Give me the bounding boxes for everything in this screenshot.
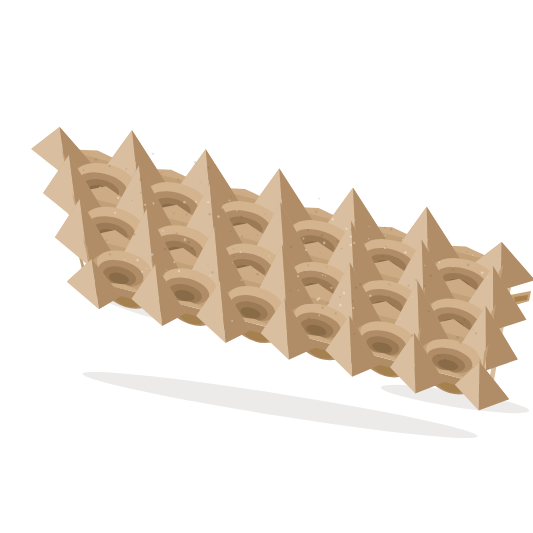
egg-carton-photo [0, 0, 533, 533]
product-photo-stage [0, 0, 533, 533]
